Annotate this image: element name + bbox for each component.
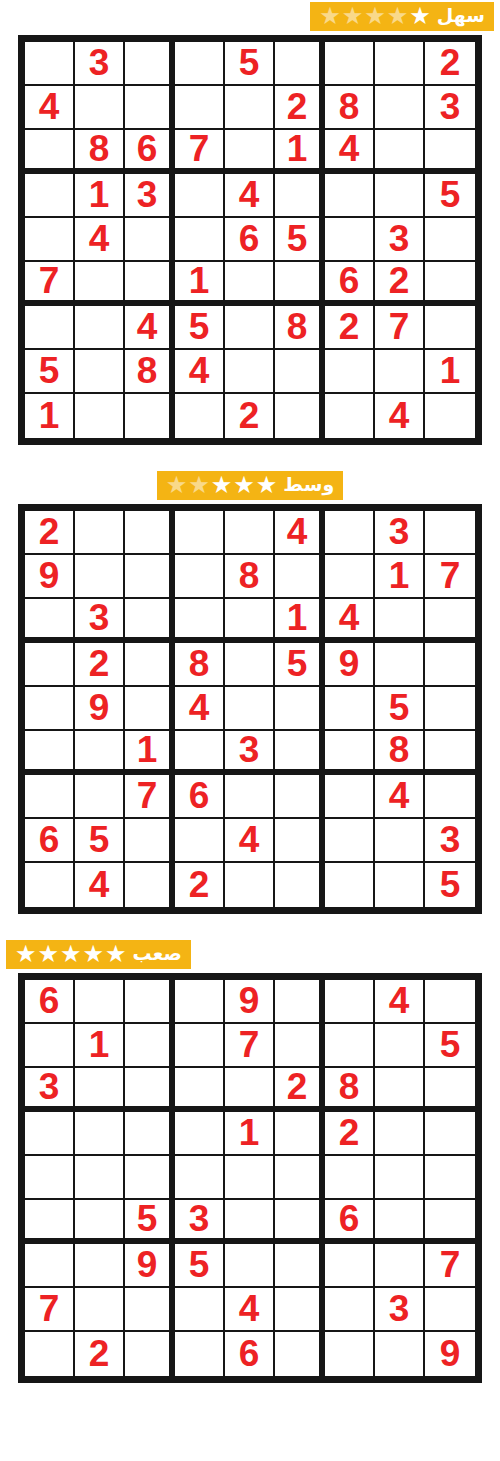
cell-r7c3: 4: [125, 306, 175, 350]
cell-r9c7: [325, 1332, 375, 1376]
cell-r2c1: 9: [25, 555, 75, 599]
star-filled-icon: ★: [211, 473, 233, 497]
cell-r3c3: [125, 599, 175, 643]
cell-r2c6: 2: [275, 86, 325, 130]
cell-r4c4: [175, 1112, 225, 1156]
cell-r2c5: [225, 86, 275, 130]
cell-r7c8: 7: [375, 306, 425, 350]
cell-r3c9: [425, 599, 475, 643]
cell-r1c4: [175, 980, 225, 1024]
cell-r7c2: [75, 775, 125, 819]
cell-r5c8: [375, 1156, 425, 1200]
cell-r1c4: [175, 511, 225, 555]
cell-r3c4: [175, 599, 225, 643]
cell-r9c5: 6: [225, 1332, 275, 1376]
cell-r6c1: [25, 731, 75, 775]
cell-r1c5: 5: [225, 42, 275, 86]
cell-r5c9: [425, 687, 475, 731]
cell-r7c9: [425, 306, 475, 350]
cell-r6c5: 3: [225, 731, 275, 775]
cell-r8c6: [275, 350, 325, 394]
cell-r6c2: [75, 262, 125, 306]
cell-r6c3: 1: [125, 731, 175, 775]
cell-r4c7: 2: [325, 1112, 375, 1156]
cell-r1c2: 3: [75, 42, 125, 86]
cell-r9c8: [375, 1332, 425, 1376]
cell-r3c5: [225, 1068, 275, 1112]
cell-r7c9: 7: [425, 1244, 475, 1288]
cell-r1c2: [75, 980, 125, 1024]
difficulty-banner-easy: ★★★★★ سهل: [310, 2, 494, 31]
cell-r8c1: 6: [25, 819, 75, 863]
cell-r4c2: 1: [75, 174, 125, 218]
cell-r8c7: [325, 350, 375, 394]
cell-r7c3: 9: [125, 1244, 175, 1288]
cell-r3c2: 8: [75, 130, 125, 174]
cell-r4c2: [75, 1112, 125, 1156]
cell-r5c4: [175, 1156, 225, 1200]
cell-r9c5: [225, 863, 275, 907]
cell-r8c9: 3: [425, 819, 475, 863]
cell-r3c7: 4: [325, 130, 375, 174]
cell-r1c9: [425, 511, 475, 555]
cell-r8c4: [175, 819, 225, 863]
cell-r4c3: 3: [125, 174, 175, 218]
cell-r1c1: [25, 42, 75, 86]
cell-r4c6: 5: [275, 643, 325, 687]
star-unfilled-icon: ★: [188, 473, 210, 497]
cell-r1c6: [275, 980, 325, 1024]
difficulty-stars-easy: ★★★★★: [319, 5, 431, 29]
cell-r7c9: [425, 775, 475, 819]
cell-r7c3: 7: [125, 775, 175, 819]
sudoku-board-hard: 69417532812536957743269: [18, 973, 482, 1383]
difficulty-label-medium: وسط: [283, 475, 334, 497]
cell-r2c9: 5: [425, 1024, 475, 1068]
difficulty-stars-hard: ★★★★★: [15, 943, 127, 967]
cell-r6c9: [425, 731, 475, 775]
cell-r6c7: 6: [325, 262, 375, 306]
cell-r3c3: 6: [125, 130, 175, 174]
cell-r4c8: [375, 1112, 425, 1156]
cell-r6c7: 6: [325, 1200, 375, 1244]
cell-r8c4: 4: [175, 350, 225, 394]
star-filled-icon: ★: [15, 942, 37, 966]
cell-r9c8: [375, 863, 425, 907]
cell-r1c7: [325, 42, 375, 86]
cell-r8c1: 5: [25, 350, 75, 394]
cell-r1c5: [225, 511, 275, 555]
cell-r8c8: [375, 350, 425, 394]
cell-r6c4: 1: [175, 262, 225, 306]
cell-r8c9: [425, 1288, 475, 1332]
cell-r9c8: 4: [375, 394, 425, 438]
cell-r7c4: 6: [175, 775, 225, 819]
cell-r4c9: 5: [425, 174, 475, 218]
cell-r6c1: 7: [25, 262, 75, 306]
cell-r1c9: 2: [425, 42, 475, 86]
cell-r5c3: [125, 218, 175, 262]
star-unfilled-icon: ★: [342, 4, 364, 28]
cell-r9c7: [325, 863, 375, 907]
cell-r8c6: [275, 819, 325, 863]
star-unfilled-icon: ★: [364, 4, 386, 28]
cell-r9c3: [125, 863, 175, 907]
cell-r7c5: [225, 1244, 275, 1288]
cell-r3c6: 2: [275, 1068, 325, 1112]
cell-r9c3: [125, 1332, 175, 1376]
difficulty-stars-medium: ★★★★★: [166, 474, 278, 498]
cell-r3c2: [75, 1068, 125, 1112]
cell-r6c8: 8: [375, 731, 425, 775]
cell-r8c5: 4: [225, 819, 275, 863]
cell-r8c5: [225, 350, 275, 394]
cell-r8c2: [75, 1288, 125, 1332]
star-filled-icon: ★: [256, 473, 278, 497]
cell-r9c6: [275, 1332, 325, 1376]
cell-r1c3: [125, 511, 175, 555]
cell-r8c7: [325, 819, 375, 863]
cell-r7c6: [275, 1244, 325, 1288]
cell-r6c8: [375, 1200, 425, 1244]
cell-r8c3: [125, 1288, 175, 1332]
cell-r4c8: [375, 174, 425, 218]
cell-r7c7: [325, 1244, 375, 1288]
cell-r2c6: [275, 555, 325, 599]
cell-r6c8: 2: [375, 262, 425, 306]
cell-r3c1: [25, 599, 75, 643]
cell-r3c5: [225, 599, 275, 643]
cell-r5c7: [325, 1156, 375, 1200]
cell-r9c6: [275, 863, 325, 907]
cell-r9c4: [175, 394, 225, 438]
cell-r6c2: [75, 1200, 125, 1244]
cell-r8c2: [75, 350, 125, 394]
cell-r2c3: [125, 86, 175, 130]
cell-r4c7: 9: [325, 643, 375, 687]
cell-r7c5: [225, 306, 275, 350]
cell-r6c3: [125, 262, 175, 306]
cell-r1c1: 6: [25, 980, 75, 1024]
cell-r2c4: [175, 1024, 225, 1068]
cell-r2c8: 1: [375, 555, 425, 599]
cell-r3c8: [375, 130, 425, 174]
cell-r8c1: 7: [25, 1288, 75, 1332]
cell-r2c2: [75, 86, 125, 130]
cell-r5c4: [175, 218, 225, 262]
cell-r6c7: [325, 731, 375, 775]
cell-r7c2: [75, 306, 125, 350]
star-filled-icon: ★: [105, 942, 127, 966]
star-unfilled-icon: ★: [319, 4, 341, 28]
cell-r5c9: [425, 1156, 475, 1200]
cell-r5c6: [275, 687, 325, 731]
cell-r2c9: 7: [425, 555, 475, 599]
cell-r8c7: [325, 1288, 375, 1332]
cell-r2c7: [325, 1024, 375, 1068]
cell-r9c1: 1: [25, 394, 75, 438]
cell-r5c3: [125, 687, 175, 731]
cell-r7c4: 5: [175, 1244, 225, 1288]
cell-r7c5: [225, 775, 275, 819]
difficulty-label-easy: سهل: [437, 6, 485, 28]
cell-r6c6: [275, 1200, 325, 1244]
cell-r5c1: [25, 687, 75, 731]
banner-row-medium: ★★★★★ وسط: [6, 471, 494, 500]
cell-r3c9: [425, 1068, 475, 1112]
cell-r6c6: [275, 262, 325, 306]
cell-r9c2: 2: [75, 1332, 125, 1376]
cell-r9c7: [325, 394, 375, 438]
cell-r5c8: 5: [375, 687, 425, 731]
cell-r1c6: 4: [275, 511, 325, 555]
cell-r6c4: 3: [175, 1200, 225, 1244]
cell-r2c3: [125, 555, 175, 599]
difficulty-banner-hard: ★★★★★ صعب: [6, 940, 191, 969]
cell-r9c6: [275, 394, 325, 438]
cell-r5c6: [275, 1156, 325, 1200]
cell-r1c2: [75, 511, 125, 555]
difficulty-banner-medium: ★★★★★ وسط: [157, 471, 343, 500]
cell-r3c7: 4: [325, 599, 375, 643]
cell-r9c2: [75, 394, 125, 438]
cell-r7c8: [375, 1244, 425, 1288]
cell-r3c6: 1: [275, 130, 325, 174]
cell-r7c1: [25, 775, 75, 819]
cell-r5c6: 5: [275, 218, 325, 262]
cell-r6c6: [275, 731, 325, 775]
cell-r9c3: [125, 394, 175, 438]
cell-r3c5: [225, 130, 275, 174]
cell-r5c5: [225, 1156, 275, 1200]
cell-r2c8: [375, 86, 425, 130]
cell-r3c3: [125, 1068, 175, 1112]
cell-r3c1: [25, 130, 75, 174]
cell-r1c8: [375, 42, 425, 86]
cell-r4c9: [425, 1112, 475, 1156]
cell-r5c1: [25, 1156, 75, 1200]
cell-r1c3: [125, 42, 175, 86]
cell-r2c8: [375, 1024, 425, 1068]
cell-r5c7: [325, 218, 375, 262]
cell-r9c9: 9: [425, 1332, 475, 1376]
cell-r2c3: [125, 1024, 175, 1068]
cell-r7c2: [75, 1244, 125, 1288]
cell-r6c1: [25, 1200, 75, 1244]
cell-r5c9: [425, 218, 475, 262]
cell-r1c3: [125, 980, 175, 1024]
cell-r7c1: [25, 1244, 75, 1288]
star-filled-icon: ★: [60, 942, 82, 966]
cell-r8c6: [275, 1288, 325, 1332]
cell-r3c7: 8: [325, 1068, 375, 1112]
cell-r6c2: [75, 731, 125, 775]
cell-r7c6: [275, 775, 325, 819]
cell-r8c9: 1: [425, 350, 475, 394]
cell-r8c8: 3: [375, 1288, 425, 1332]
cell-r9c1: [25, 863, 75, 907]
cell-r7c7: [325, 775, 375, 819]
cell-r3c1: 3: [25, 1068, 75, 1112]
cell-r4c2: 2: [75, 643, 125, 687]
cell-r4c4: [175, 174, 225, 218]
cell-r3c4: [175, 1068, 225, 1112]
cell-r4c7: [325, 174, 375, 218]
cell-r4c1: [25, 174, 75, 218]
cell-r1c6: [275, 42, 325, 86]
sudoku-board-medium: 243981731428599451387646543425: [18, 504, 482, 914]
cell-r3c8: [375, 599, 425, 643]
cell-r7c6: 8: [275, 306, 325, 350]
cell-r7c1: [25, 306, 75, 350]
cell-r9c9: [425, 394, 475, 438]
cell-r8c8: [375, 819, 425, 863]
cell-r9c4: 2: [175, 863, 225, 907]
cell-r6c9: [425, 262, 475, 306]
cell-r3c9: [425, 130, 475, 174]
cell-r5c2: 4: [75, 218, 125, 262]
cell-r6c5: [225, 1200, 275, 1244]
cell-r2c5: 7: [225, 1024, 275, 1068]
cell-r8c3: [125, 819, 175, 863]
cell-r7c4: 5: [175, 306, 225, 350]
sudoku-page: ★★★★★ سهل 352428386714134546537162458275…: [0, 2, 500, 1383]
cell-r2c4: [175, 555, 225, 599]
cell-r9c2: 4: [75, 863, 125, 907]
cell-r2c4: [175, 86, 225, 130]
cell-r2c7: 8: [325, 86, 375, 130]
cell-r5c3: [125, 1156, 175, 1200]
cell-r1c7: [325, 980, 375, 1024]
cell-r4c1: [25, 643, 75, 687]
cell-r4c4: 8: [175, 643, 225, 687]
cell-r9c1: [25, 1332, 75, 1376]
cell-r9c5: 2: [225, 394, 275, 438]
cell-r2c5: 8: [225, 555, 275, 599]
cell-r6c3: 5: [125, 1200, 175, 1244]
cell-r3c6: 1: [275, 599, 325, 643]
cell-r7c8: 4: [375, 775, 425, 819]
cell-r1c5: 9: [225, 980, 275, 1024]
cell-r5c2: 9: [75, 687, 125, 731]
cell-r4c9: [425, 643, 475, 687]
cell-r8c2: 5: [75, 819, 125, 863]
star-filled-icon: ★: [38, 942, 60, 966]
cell-r2c9: 3: [425, 86, 475, 130]
cell-r1c8: 4: [375, 980, 425, 1024]
star-unfilled-icon: ★: [166, 473, 188, 497]
cell-r4c1: [25, 1112, 75, 1156]
cell-r5c8: 3: [375, 218, 425, 262]
cell-r2c2: [75, 555, 125, 599]
cell-r1c8: 3: [375, 511, 425, 555]
difficulty-label-hard: صعب: [133, 944, 182, 966]
cell-r1c7: [325, 511, 375, 555]
cell-r9c9: 5: [425, 863, 475, 907]
cell-r2c1: 4: [25, 86, 75, 130]
cell-r6c5: [225, 262, 275, 306]
cell-r2c1: [25, 1024, 75, 1068]
cell-r1c1: 2: [25, 511, 75, 555]
star-filled-icon: ★: [233, 473, 255, 497]
cell-r5c4: 4: [175, 687, 225, 731]
cell-r2c2: 1: [75, 1024, 125, 1068]
cell-r2c7: [325, 555, 375, 599]
cell-r7c7: 2: [325, 306, 375, 350]
cell-r8c3: 8: [125, 350, 175, 394]
cell-r2c6: [275, 1024, 325, 1068]
cell-r4c6: [275, 174, 325, 218]
cell-r4c5: 1: [225, 1112, 275, 1156]
cell-r6c4: [175, 731, 225, 775]
cell-r4c6: [275, 1112, 325, 1156]
banner-row-hard: ★★★★★ صعب: [6, 940, 494, 969]
cell-r5c5: [225, 687, 275, 731]
cell-r1c4: [175, 42, 225, 86]
cell-r8c4: [175, 1288, 225, 1332]
banner-row-easy: ★★★★★ سهل: [6, 2, 494, 31]
cell-r6c9: [425, 1200, 475, 1244]
sudoku-board-easy: 352428386714134546537162458275841124: [18, 35, 482, 445]
cell-r4c5: [225, 643, 275, 687]
cell-r9c4: [175, 1332, 225, 1376]
cell-r4c5: 4: [225, 174, 275, 218]
cell-r3c2: 3: [75, 599, 125, 643]
cell-r5c2: [75, 1156, 125, 1200]
cell-r4c8: [375, 643, 425, 687]
cell-r4c3: [125, 1112, 175, 1156]
cell-r5c7: [325, 687, 375, 731]
cell-r1c9: [425, 980, 475, 1024]
star-filled-icon: ★: [83, 942, 105, 966]
star-unfilled-icon: ★: [387, 4, 409, 28]
cell-r5c1: [25, 218, 75, 262]
star-filled-icon: ★: [409, 4, 431, 28]
cell-r3c8: [375, 1068, 425, 1112]
cell-r5c5: 6: [225, 218, 275, 262]
cell-r4c3: [125, 643, 175, 687]
cell-r8c5: 4: [225, 1288, 275, 1332]
cell-r3c4: 7: [175, 130, 225, 174]
